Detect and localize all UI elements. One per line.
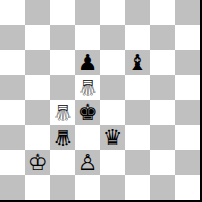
square-h7[interactable] [175,25,200,50]
square-a3[interactable] [0,125,25,150]
square-f2[interactable] [125,150,150,175]
square-a6[interactable] [0,50,25,75]
square-e4[interactable] [100,100,125,125]
square-e7[interactable] [100,25,125,50]
square-b1[interactable] [25,175,50,200]
square-h8[interactable] [175,0,200,25]
chess-board: ♟♝♕♕♚♛♛♔♙ [0,0,202,202]
square-g4[interactable] [150,100,175,125]
square-c2[interactable] [50,150,75,175]
square-b4[interactable] [25,100,50,125]
square-f6[interactable]: ♝ [125,50,150,75]
black-king-piece: ♚ [78,100,98,125]
square-b5[interactable] [25,75,50,100]
square-e8[interactable] [100,0,125,25]
black-queen-piece: ♛ [103,125,123,150]
square-e2[interactable] [100,150,125,175]
square-b8[interactable] [25,0,50,25]
square-c6[interactable] [50,50,75,75]
square-f4[interactable] [125,100,150,125]
square-b3[interactable] [25,125,50,150]
square-d6[interactable]: ♟ [75,50,100,75]
chess-diagram: ♟♝♕♕♚♛♛♔♙ [0,0,202,202]
square-h6[interactable] [175,50,200,75]
square-f1[interactable] [125,175,150,200]
square-g3[interactable] [150,125,175,150]
square-h5[interactable] [175,75,200,100]
square-c7[interactable] [50,25,75,50]
square-a4[interactable] [0,100,25,125]
square-g1[interactable] [150,175,175,200]
square-d8[interactable] [75,0,100,25]
square-e5[interactable] [100,75,125,100]
square-e1[interactable] [100,175,125,200]
square-g7[interactable] [150,25,175,50]
square-f8[interactable] [125,0,150,25]
square-b2[interactable]: ♔ [25,150,50,175]
square-g2[interactable] [150,150,175,175]
square-f3[interactable] [125,125,150,150]
square-c5[interactable] [50,75,75,100]
square-d5[interactable]: ♕ [75,75,100,100]
black-bishop-piece: ♝ [128,50,148,75]
square-c4[interactable]: ♕ [50,100,75,125]
square-d1[interactable] [75,175,100,200]
white-grasshopper-piece: ♕ [53,100,73,125]
square-a7[interactable] [0,25,25,50]
square-b7[interactable] [25,25,50,50]
square-g5[interactable] [150,75,175,100]
square-h1[interactable] [175,175,200,200]
square-g8[interactable] [150,0,175,25]
white-king-piece: ♔ [28,150,48,175]
square-a5[interactable] [0,75,25,100]
black-grasshopper-piece: ♛ [53,125,73,150]
square-c3[interactable]: ♛ [50,125,75,150]
square-h4[interactable] [175,100,200,125]
square-b6[interactable] [25,50,50,75]
square-a1[interactable] [0,175,25,200]
square-d7[interactable] [75,25,100,50]
square-h2[interactable] [175,150,200,175]
square-e3[interactable]: ♛ [100,125,125,150]
square-d4[interactable]: ♚ [75,100,100,125]
square-c1[interactable] [50,175,75,200]
white-grasshopper-piece: ♕ [78,75,98,100]
square-c8[interactable] [50,0,75,25]
black-pawn-piece: ♟ [78,50,98,75]
square-f7[interactable] [125,25,150,50]
white-pawn-piece: ♙ [78,150,98,175]
square-a2[interactable] [0,150,25,175]
square-d3[interactable] [75,125,100,150]
square-e6[interactable] [100,50,125,75]
square-h3[interactable] [175,125,200,150]
square-a8[interactable] [0,0,25,25]
square-g6[interactable] [150,50,175,75]
square-f5[interactable] [125,75,150,100]
square-d2[interactable]: ♙ [75,150,100,175]
